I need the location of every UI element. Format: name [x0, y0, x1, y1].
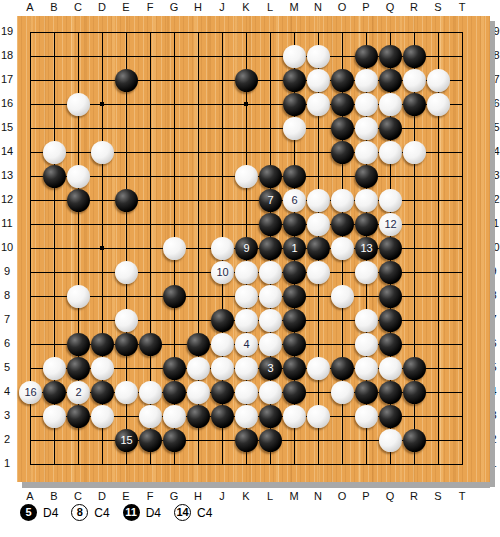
stone-black-P10[interactable]: 13	[355, 237, 378, 260]
stone-white-K9[interactable]	[235, 261, 258, 284]
stone-move-number: 4	[235, 333, 258, 356]
stone-white-E4[interactable]	[115, 381, 138, 404]
row-label-left-2: 2	[0, 433, 14, 446]
stone-white-C4[interactable]: 2	[67, 381, 90, 404]
stone-white-L7[interactable]	[259, 309, 282, 332]
stone-white-O10[interactable]	[331, 237, 354, 260]
stone-black-D4[interactable]	[91, 381, 114, 404]
grid-line-horizontal	[30, 464, 463, 465]
stone-black-C5[interactable]	[67, 357, 90, 380]
stone-black-E2[interactable]: 15	[115, 429, 138, 452]
caption-move-disc: 8	[71, 504, 88, 521]
board-shadow-bottom	[22, 482, 490, 488]
stone-white-N5[interactable]	[307, 357, 330, 380]
stone-black-O5[interactable]	[331, 357, 354, 380]
stone-white-G3[interactable]	[163, 405, 186, 428]
stone-white-K7[interactable]	[235, 309, 258, 332]
stone-white-P17[interactable]	[355, 69, 378, 92]
stone-black-M16[interactable]	[283, 93, 306, 116]
row-label-left-13: 13	[0, 169, 14, 182]
stone-black-E17[interactable]	[115, 69, 138, 92]
col-label-top-H: H	[190, 1, 206, 14]
stone-black-M9[interactable]	[283, 261, 306, 284]
stone-white-B14[interactable]	[43, 141, 66, 164]
stone-white-E7[interactable]	[115, 309, 138, 332]
col-label-top-J: J	[214, 1, 230, 14]
col-label-top-O: O	[334, 1, 350, 14]
caption-entry: 8C4	[71, 504, 109, 521]
stone-black-L2[interactable]	[259, 429, 282, 452]
col-label-top-N: N	[310, 1, 326, 14]
caption-point-label: C4	[197, 506, 212, 520]
stone-white-Q2[interactable]	[379, 429, 402, 452]
stone-black-Q3[interactable]	[379, 405, 402, 428]
stone-black-N10[interactable]	[307, 237, 330, 260]
stone-white-M15[interactable]	[283, 117, 306, 140]
stone-black-K10[interactable]: 9	[235, 237, 258, 260]
col-label-top-C: C	[70, 1, 86, 14]
stone-black-L5[interactable]: 3	[259, 357, 282, 380]
col-label-top-A: A	[22, 1, 38, 14]
stone-move-number: 16	[19, 381, 42, 404]
stone-move-number: 1	[283, 237, 306, 260]
col-label-bottom-N: N	[310, 490, 326, 503]
row-label-left-5: 5	[0, 361, 14, 374]
stone-black-Q17[interactable]	[379, 69, 402, 92]
stone-black-M4[interactable]	[283, 381, 306, 404]
stone-black-E12[interactable]	[115, 189, 138, 212]
stone-black-L12[interactable]: 7	[259, 189, 282, 212]
stone-white-Q14[interactable]	[379, 141, 402, 164]
row-label-left-3: 3	[0, 409, 14, 422]
stone-white-C8[interactable]	[67, 285, 90, 308]
stone-white-L4[interactable]	[259, 381, 282, 404]
col-label-bottom-O: O	[334, 490, 350, 503]
stone-white-D14[interactable]	[91, 141, 114, 164]
stone-white-K8[interactable]	[235, 285, 258, 308]
stone-white-M18[interactable]	[283, 45, 306, 68]
col-label-bottom-Q: Q	[382, 490, 398, 503]
stone-black-G5[interactable]	[163, 357, 186, 380]
row-label-left-11: 11	[0, 217, 14, 230]
stone-black-F6[interactable]	[139, 333, 162, 356]
stone-black-C6[interactable]	[67, 333, 90, 356]
stone-white-P14[interactable]	[355, 141, 378, 164]
stone-black-Q7[interactable]	[379, 309, 402, 332]
col-label-bottom-P: P	[358, 490, 374, 503]
stone-black-P18[interactable]	[355, 45, 378, 68]
star-point	[100, 246, 104, 250]
stone-black-G8[interactable]	[163, 285, 186, 308]
go-diagram: ABCDEFGHJKLMNOPQRST ABCDEFGHJKLMNOPQRST …	[0, 0, 500, 537]
stone-white-K5[interactable]	[235, 357, 258, 380]
stone-move-number: 7	[259, 189, 282, 212]
caption-entry: 5D4	[20, 504, 58, 521]
stone-black-Q15[interactable]	[379, 117, 402, 140]
stone-white-K3[interactable]	[235, 405, 258, 428]
move-caption: 5D48C411D414C4	[20, 503, 225, 522]
col-label-top-R: R	[406, 1, 422, 14]
stone-black-L13[interactable]	[259, 165, 282, 188]
row-label-left-6: 6	[0, 337, 14, 350]
col-label-top-D: D	[94, 1, 110, 14]
row-label-left-4: 4	[0, 385, 14, 398]
col-label-bottom-R: R	[406, 490, 422, 503]
col-label-bottom-F: F	[142, 490, 158, 503]
stone-white-D5[interactable]	[91, 357, 114, 380]
stone-white-G10[interactable]	[163, 237, 186, 260]
stone-black-M17[interactable]	[283, 69, 306, 92]
stone-black-H3[interactable]	[187, 405, 210, 428]
stone-white-P9[interactable]	[355, 261, 378, 284]
stone-move-number: 6	[283, 189, 306, 212]
stone-black-J3[interactable]	[211, 405, 234, 428]
caption-move-disc: 14	[174, 504, 191, 521]
stone-white-J9[interactable]: 10	[211, 261, 234, 284]
row-label-left-16: 16	[0, 97, 14, 110]
row-label-left-15: 15	[0, 121, 14, 134]
stone-white-J10[interactable]	[211, 237, 234, 260]
stone-white-Q5[interactable]	[379, 357, 402, 380]
stone-white-O4[interactable]	[331, 381, 354, 404]
stone-white-N17[interactable]	[307, 69, 330, 92]
stone-black-R5[interactable]	[403, 357, 426, 380]
stone-white-H5[interactable]	[187, 357, 210, 380]
stone-white-L8[interactable]	[259, 285, 282, 308]
stone-black-O15[interactable]	[331, 117, 354, 140]
col-label-top-Q: Q	[382, 1, 398, 14]
stone-black-R2[interactable]	[403, 429, 426, 452]
stone-black-L11[interactable]	[259, 213, 282, 236]
stone-move-number: 9	[235, 237, 258, 260]
stone-black-Q8[interactable]	[379, 285, 402, 308]
caption-move-disc: 5	[20, 504, 37, 521]
stone-white-N18[interactable]	[307, 45, 330, 68]
stone-white-D3[interactable]	[91, 405, 114, 428]
stone-black-M7[interactable]	[283, 309, 306, 332]
star-point	[100, 102, 104, 106]
stone-black-J4[interactable]	[211, 381, 234, 404]
row-label-left-17: 17	[0, 73, 14, 86]
stone-black-Q9[interactable]	[379, 261, 402, 284]
stone-white-R17[interactable]	[403, 69, 426, 92]
stone-white-K6[interactable]: 4	[235, 333, 258, 356]
stone-move-number: 12	[379, 213, 402, 236]
col-label-bottom-M: M	[286, 490, 302, 503]
col-label-bottom-D: D	[94, 490, 110, 503]
stone-black-E6[interactable]	[115, 333, 138, 356]
stone-move-number: 13	[355, 237, 378, 260]
stone-white-E9[interactable]	[115, 261, 138, 284]
stone-black-R18[interactable]	[403, 45, 426, 68]
stone-black-H6[interactable]	[187, 333, 210, 356]
row-label-left-1: 1	[0, 457, 14, 470]
stone-white-Q12[interactable]	[379, 189, 402, 212]
col-label-top-F: F	[142, 1, 158, 14]
stone-white-B5[interactable]	[43, 357, 66, 380]
col-label-bottom-T: T	[454, 490, 470, 503]
stone-black-G2[interactable]	[163, 429, 186, 452]
stone-white-H4[interactable]	[187, 381, 210, 404]
stone-white-B3[interactable]	[43, 405, 66, 428]
stone-black-B13[interactable]	[43, 165, 66, 188]
caption-point-label: D4	[146, 506, 161, 520]
stone-white-P3[interactable]	[355, 405, 378, 428]
stone-white-N11[interactable]	[307, 213, 330, 236]
caption-entry: 14C4	[174, 504, 212, 521]
stone-white-J5[interactable]	[211, 357, 234, 380]
stone-black-C3[interactable]	[67, 405, 90, 428]
row-label-left-7: 7	[0, 313, 14, 326]
col-label-bottom-A: A	[22, 490, 38, 503]
stone-white-N9[interactable]	[307, 261, 330, 284]
stone-white-F3[interactable]	[139, 405, 162, 428]
goban[interactable]: 76129113104316215	[17, 16, 490, 482]
col-label-bottom-C: C	[70, 490, 86, 503]
row-label-left-18: 18	[0, 49, 14, 62]
stone-white-N16[interactable]	[307, 93, 330, 116]
stone-move-number: 10	[211, 261, 234, 284]
stone-white-N12[interactable]	[307, 189, 330, 212]
col-label-bottom-G: G	[166, 490, 182, 503]
star-point	[244, 102, 248, 106]
stone-black-L3[interactable]	[259, 405, 282, 428]
stone-black-M5[interactable]	[283, 357, 306, 380]
row-label-left-10: 10	[0, 241, 14, 254]
stone-white-A4[interactable]: 16	[19, 381, 42, 404]
stone-white-O12[interactable]	[331, 189, 354, 212]
col-label-bottom-L: L	[262, 490, 278, 503]
stone-move-number: 3	[259, 357, 282, 380]
col-label-top-E: E	[118, 1, 134, 14]
stone-black-D6[interactable]	[91, 333, 114, 356]
stone-black-F2[interactable]	[139, 429, 162, 452]
stone-black-Q4[interactable]	[379, 381, 402, 404]
stone-black-O14[interactable]	[331, 141, 354, 164]
stone-black-P4[interactable]	[355, 381, 378, 404]
caption-move-disc: 11	[123, 504, 140, 521]
stone-white-S16[interactable]	[427, 93, 450, 116]
stone-black-B4[interactable]	[43, 381, 66, 404]
stone-black-J7[interactable]	[211, 309, 234, 332]
board-shadow-right	[490, 21, 495, 487]
stone-white-P16[interactable]	[355, 93, 378, 116]
stone-white-C16[interactable]	[67, 93, 90, 116]
stone-white-L6[interactable]	[259, 333, 282, 356]
row-label-left-12: 12	[0, 193, 14, 206]
row-label-left-19: 19	[0, 25, 14, 38]
stone-white-M12[interactable]: 6	[283, 189, 306, 212]
stone-white-J6[interactable]	[211, 333, 234, 356]
stone-black-Q18[interactable]	[379, 45, 402, 68]
stone-black-R4[interactable]	[403, 381, 426, 404]
stone-move-number: 2	[67, 381, 90, 404]
stone-black-G4[interactable]	[163, 381, 186, 404]
stone-move-number: 15	[115, 429, 138, 452]
col-label-bottom-K: K	[238, 490, 254, 503]
row-label-left-14: 14	[0, 145, 14, 158]
stone-black-C12[interactable]	[67, 189, 90, 212]
col-label-top-K: K	[238, 1, 254, 14]
stone-white-C13[interactable]	[67, 165, 90, 188]
col-label-top-L: L	[262, 1, 278, 14]
col-label-top-P: P	[358, 1, 374, 14]
stone-black-L10[interactable]	[259, 237, 282, 260]
caption-entry: 11D4	[123, 504, 161, 521]
stone-black-M10[interactable]: 1	[283, 237, 306, 260]
stone-black-K17[interactable]	[235, 69, 258, 92]
caption-point-label: D4	[43, 506, 58, 520]
col-label-bottom-J: J	[214, 490, 230, 503]
stone-white-R14[interactable]	[403, 141, 426, 164]
stone-white-F4[interactable]	[139, 381, 162, 404]
stone-black-P13[interactable]	[355, 165, 378, 188]
stone-black-O16[interactable]	[331, 93, 354, 116]
stone-white-K13[interactable]	[235, 165, 258, 188]
caption-point-label: C4	[94, 506, 109, 520]
stone-black-P11[interactable]	[355, 213, 378, 236]
row-label-left-9: 9	[0, 265, 14, 278]
stone-black-Q6[interactable]	[379, 333, 402, 356]
stone-white-N3[interactable]	[307, 405, 330, 428]
col-label-top-M: M	[286, 1, 302, 14]
stone-black-O11[interactable]	[331, 213, 354, 236]
stone-black-K2[interactable]	[235, 429, 258, 452]
stone-black-M13[interactable]	[283, 165, 306, 188]
col-label-top-G: G	[166, 1, 182, 14]
stone-white-P7[interactable]	[355, 309, 378, 332]
grid-line-vertical	[462, 32, 463, 465]
col-label-bottom-B: B	[46, 490, 62, 503]
stone-black-O17[interactable]	[331, 69, 354, 92]
stone-black-Q10[interactable]	[379, 237, 402, 260]
stone-white-S17[interactable]	[427, 69, 450, 92]
col-label-top-T: T	[454, 1, 470, 14]
stone-white-K4[interactable]	[235, 381, 258, 404]
stone-white-O8[interactable]	[331, 285, 354, 308]
col-label-bottom-H: H	[190, 490, 206, 503]
stone-white-P12[interactable]	[355, 189, 378, 212]
stone-black-M6[interactable]	[283, 333, 306, 356]
stone-black-R16[interactable]	[403, 93, 426, 116]
stone-white-P6[interactable]	[355, 333, 378, 356]
stone-white-Q16[interactable]	[379, 93, 402, 116]
stone-white-P15[interactable]	[355, 117, 378, 140]
col-label-top-B: B	[46, 1, 62, 14]
stone-white-Q11[interactable]: 12	[379, 213, 402, 236]
stone-white-L9[interactable]	[259, 261, 282, 284]
stone-black-M8[interactable]	[283, 285, 306, 308]
stone-white-M3[interactable]	[283, 405, 306, 428]
col-label-bottom-S: S	[430, 490, 446, 503]
col-label-top-S: S	[430, 1, 446, 14]
stone-black-M11[interactable]	[283, 213, 306, 236]
stone-white-P5[interactable]	[355, 357, 378, 380]
row-label-left-8: 8	[0, 289, 14, 302]
col-label-bottom-E: E	[118, 490, 134, 503]
